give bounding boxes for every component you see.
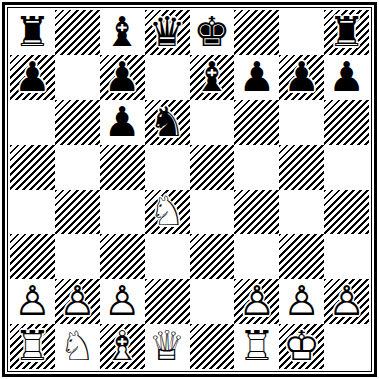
piece-halo: ♜ (234, 324, 279, 369)
square-a3[interactable] (10, 234, 55, 279)
square-h5[interactable] (324, 145, 369, 190)
square-c3[interactable] (100, 234, 145, 279)
square-d8[interactable]: ♛♛ (145, 10, 190, 55)
piece-white-pawn: ♙ (324, 279, 369, 324)
piece-halo: ♚ (190, 10, 235, 55)
square-f4[interactable] (234, 190, 279, 235)
square-g3[interactable] (279, 234, 324, 279)
piece-halo: ♛ (145, 10, 190, 55)
square-c8[interactable]: ♝♝ (100, 10, 145, 55)
square-d7[interactable] (145, 55, 190, 100)
square-c2[interactable]: ♟♙ (100, 279, 145, 324)
chess-diagram: ♜♜♝♝♛♛♚♚♜♜♟♟♟♟♝♝♟♟♟♟♟♟♟♟♞♞♞♘♟♙♟♙♟♙♟♙♟♙♟♙… (0, 0, 379, 379)
square-c6[interactable]: ♟♟ (100, 100, 145, 145)
piece-halo: ♟ (10, 279, 55, 324)
square-b4[interactable] (55, 190, 100, 235)
square-d1[interactable]: ♛♕ (145, 324, 190, 369)
square-g7[interactable]: ♟♟ (279, 55, 324, 100)
square-f2[interactable]: ♟♙ (234, 279, 279, 324)
piece-white-rook: ♖ (234, 324, 279, 369)
square-b1[interactable]: ♞♘ (55, 324, 100, 369)
piece-white-pawn: ♙ (10, 279, 55, 324)
square-h7[interactable]: ♟♟ (324, 55, 369, 100)
piece-white-pawn: ♙ (100, 279, 145, 324)
piece-halo: ♟ (324, 279, 369, 324)
piece-halo: ♟ (100, 100, 145, 145)
square-a7[interactable]: ♟♟ (10, 55, 55, 100)
square-e4[interactable] (190, 190, 235, 235)
square-f7[interactable]: ♟♟ (234, 55, 279, 100)
square-e3[interactable] (190, 234, 235, 279)
piece-white-knight: ♘ (55, 324, 100, 369)
square-g1[interactable]: ♚♔ (279, 324, 324, 369)
square-b6[interactable] (55, 100, 100, 145)
board-inner-frame: ♜♜♝♝♛♛♚♚♜♜♟♟♟♟♝♝♟♟♟♟♟♟♟♟♞♞♞♘♟♙♟♙♟♙♟♙♟♙♟♙… (7, 7, 372, 372)
piece-halo: ♟ (234, 55, 279, 100)
piece-black-rook: ♜ (10, 10, 55, 55)
square-g8[interactable] (279, 10, 324, 55)
square-e6[interactable] (190, 100, 235, 145)
piece-black-king: ♚ (190, 10, 235, 55)
piece-white-pawn: ♙ (55, 279, 100, 324)
square-a8[interactable]: ♜♜ (10, 10, 55, 55)
board-outer-frame: ♜♜♝♝♛♛♚♚♜♜♟♟♟♟♝♝♟♟♟♟♟♟♟♟♞♞♞♘♟♙♟♙♟♙♟♙♟♙♟♙… (2, 2, 377, 377)
square-f1[interactable]: ♜♖ (234, 324, 279, 369)
square-d2[interactable] (145, 279, 190, 324)
piece-halo: ♟ (100, 55, 145, 100)
square-b5[interactable] (55, 145, 100, 190)
square-h4[interactable] (324, 190, 369, 235)
piece-halo: ♜ (10, 10, 55, 55)
piece-halo: ♟ (55, 279, 100, 324)
square-f8[interactable] (234, 10, 279, 55)
square-e5[interactable] (190, 145, 235, 190)
piece-white-rook: ♖ (10, 324, 55, 369)
piece-white-pawn: ♙ (234, 279, 279, 324)
piece-halo: ♛ (145, 324, 190, 369)
square-f6[interactable] (234, 100, 279, 145)
square-h1[interactable] (324, 324, 369, 369)
square-h6[interactable] (324, 100, 369, 145)
square-a1[interactable]: ♜♖ (10, 324, 55, 369)
piece-halo: ♚ (279, 324, 324, 369)
square-g2[interactable]: ♟♙ (279, 279, 324, 324)
square-e2[interactable] (190, 279, 235, 324)
square-g6[interactable] (279, 100, 324, 145)
square-h8[interactable]: ♜♜ (324, 10, 369, 55)
piece-black-pawn: ♟ (100, 100, 145, 145)
piece-halo: ♝ (100, 10, 145, 55)
square-d3[interactable] (145, 234, 190, 279)
square-d6[interactable]: ♞♞ (145, 100, 190, 145)
piece-black-pawn: ♟ (10, 55, 55, 100)
piece-halo: ♟ (279, 279, 324, 324)
square-b8[interactable] (55, 10, 100, 55)
piece-white-queen: ♕ (145, 324, 190, 369)
piece-halo: ♟ (324, 55, 369, 100)
piece-black-knight: ♞ (145, 100, 190, 145)
piece-black-rook: ♜ (324, 10, 369, 55)
square-a6[interactable] (10, 100, 55, 145)
piece-black-queen: ♛ (145, 10, 190, 55)
piece-white-bishop: ♗ (100, 324, 145, 369)
piece-black-pawn: ♟ (100, 55, 145, 100)
piece-halo: ♟ (279, 55, 324, 100)
piece-black-pawn: ♟ (234, 55, 279, 100)
square-c4[interactable] (100, 190, 145, 235)
piece-black-pawn: ♟ (324, 55, 369, 100)
chess-board: ♜♜♝♝♛♛♚♚♜♜♟♟♟♟♝♝♟♟♟♟♟♟♟♟♞♞♞♘♟♙♟♙♟♙♟♙♟♙♟♙… (10, 10, 369, 369)
piece-halo: ♞ (55, 324, 100, 369)
square-e8[interactable]: ♚♚ (190, 10, 235, 55)
square-b3[interactable] (55, 234, 100, 279)
piece-halo: ♟ (234, 279, 279, 324)
square-e7[interactable]: ♝♝ (190, 55, 235, 100)
piece-halo: ♜ (324, 10, 369, 55)
square-g5[interactable] (279, 145, 324, 190)
square-a5[interactable] (10, 145, 55, 190)
piece-white-king: ♔ (279, 324, 324, 369)
square-d4[interactable]: ♞♘ (145, 190, 190, 235)
piece-halo: ♞ (145, 100, 190, 145)
piece-halo: ♟ (10, 55, 55, 100)
square-h3[interactable] (324, 234, 369, 279)
square-b2[interactable]: ♟♙ (55, 279, 100, 324)
piece-white-knight: ♘ (145, 190, 190, 235)
square-a4[interactable] (10, 190, 55, 235)
square-a2[interactable]: ♟♙ (10, 279, 55, 324)
piece-black-bishop: ♝ (100, 10, 145, 55)
square-d5[interactable] (145, 145, 190, 190)
square-h2[interactable]: ♟♙ (324, 279, 369, 324)
piece-black-bishop: ♝ (190, 55, 235, 100)
piece-halo: ♝ (100, 324, 145, 369)
square-c7[interactable]: ♟♟ (100, 55, 145, 100)
piece-halo: ♟ (100, 279, 145, 324)
square-f3[interactable] (234, 234, 279, 279)
square-f5[interactable] (234, 145, 279, 190)
piece-black-pawn: ♟ (279, 55, 324, 100)
square-b7[interactable] (55, 55, 100, 100)
piece-halo: ♜ (10, 324, 55, 369)
square-e1[interactable] (190, 324, 235, 369)
square-c1[interactable]: ♝♗ (100, 324, 145, 369)
square-c5[interactable] (100, 145, 145, 190)
piece-halo: ♝ (190, 55, 235, 100)
piece-white-pawn: ♙ (279, 279, 324, 324)
square-g4[interactable] (279, 190, 324, 235)
piece-halo: ♞ (145, 190, 190, 235)
